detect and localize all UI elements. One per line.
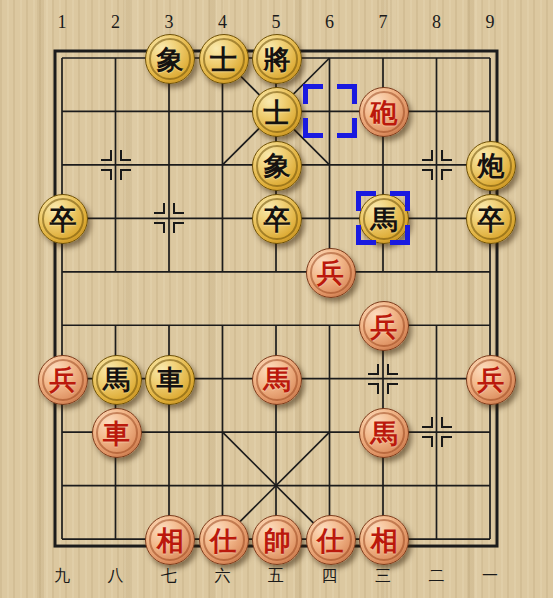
file-label-bottom-7: 三	[375, 568, 391, 584]
piece-red-soldier[interactable]: 兵	[306, 248, 356, 298]
piece-red-elephant[interactable]: 相	[145, 515, 195, 565]
file-label-top-8: 8	[432, 13, 441, 31]
file-label-bottom-9: 一	[482, 568, 498, 584]
piece-black-advisor[interactable]: 士	[199, 34, 249, 84]
piece-red-elephant[interactable]: 相	[359, 515, 409, 565]
file-label-bottom-4: 六	[215, 568, 231, 584]
piece-black-horse[interactable]: 馬	[359, 194, 409, 244]
file-label-top-3: 3	[165, 13, 174, 31]
piece-black-elephant[interactable]: 象	[252, 141, 302, 191]
piece-black-chariot[interactable]: 車	[145, 355, 195, 405]
file-label-bottom-1: 九	[54, 568, 70, 584]
piece-red-soldier[interactable]: 兵	[466, 355, 516, 405]
piece-red-advisor[interactable]: 仕	[306, 515, 356, 565]
piece-red-horse[interactable]: 馬	[252, 355, 302, 405]
file-label-bottom-3: 七	[161, 568, 177, 584]
file-label-top-1: 1	[58, 13, 67, 31]
piece-black-soldier[interactable]: 卒	[466, 194, 516, 244]
piece-black-soldier[interactable]: 卒	[38, 194, 88, 244]
piece-black-elephant[interactable]: 象	[145, 34, 195, 84]
piece-red-chariot[interactable]: 車	[92, 408, 142, 458]
piece-red-advisor[interactable]: 仕	[199, 515, 249, 565]
file-label-top-2: 2	[111, 13, 120, 31]
file-label-bottom-8: 二	[429, 568, 445, 584]
piece-red-soldier[interactable]: 兵	[359, 301, 409, 351]
file-label-top-5: 5	[272, 13, 281, 31]
xiangqi-board[interactable]: 123456789九八七六五四三二一象士將士砲象炮卒卒馬卒兵兵兵馬車馬兵車馬相仕…	[0, 0, 553, 598]
piece-black-horse[interactable]: 馬	[92, 355, 142, 405]
file-label-top-9: 9	[486, 13, 495, 31]
piece-black-soldier[interactable]: 卒	[252, 194, 302, 244]
file-label-top-4: 4	[218, 13, 227, 31]
piece-red-soldier[interactable]: 兵	[38, 355, 88, 405]
file-label-top-6: 6	[325, 13, 334, 31]
piece-red-horse[interactable]: 馬	[359, 408, 409, 458]
file-label-bottom-5: 五	[268, 568, 284, 584]
file-label-top-7: 7	[379, 13, 388, 31]
piece-black-cannon[interactable]: 炮	[466, 141, 516, 191]
file-label-bottom-6: 四	[322, 568, 338, 584]
piece-black-king[interactable]: 將	[252, 34, 302, 84]
piece-red-king[interactable]: 帥	[252, 515, 302, 565]
file-label-bottom-2: 八	[108, 568, 124, 584]
